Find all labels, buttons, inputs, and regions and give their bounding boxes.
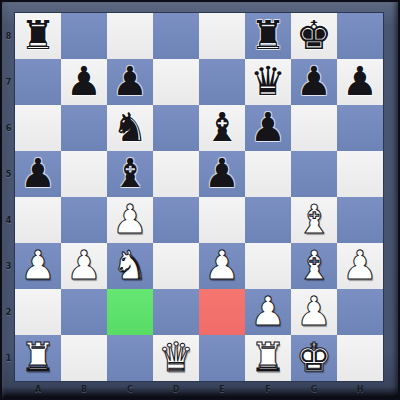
piece-white-bishop-g4: ♝ — [291, 197, 337, 243]
file-label-a: A — [15, 382, 61, 397]
piece-black-bishop-c5: ♝ — [107, 151, 153, 197]
square-f3[interactable] — [245, 243, 291, 289]
square-b6[interactable] — [61, 105, 107, 151]
rank-label-2: 2 — [2, 289, 15, 335]
square-h1[interactable] — [337, 335, 383, 381]
square-a8[interactable]: ♜ — [15, 13, 61, 59]
rank-label-1: 1 — [2, 335, 15, 381]
piece-black-knight-c6: ♞ — [107, 105, 153, 151]
piece-white-knight-c3: ♞ — [107, 243, 153, 289]
square-e4[interactable] — [199, 197, 245, 243]
square-e7[interactable] — [199, 59, 245, 105]
file-label-b: B — [61, 382, 107, 397]
square-a4[interactable] — [15, 197, 61, 243]
square-e8[interactable] — [199, 13, 245, 59]
square-g1[interactable]: ♚ — [291, 335, 337, 381]
square-a5[interactable]: ♟ — [15, 151, 61, 197]
square-h8[interactable] — [337, 13, 383, 59]
square-f7[interactable]: ♛ — [245, 59, 291, 105]
square-g6[interactable] — [291, 105, 337, 151]
piece-white-pawn-a3: ♟ — [15, 243, 61, 289]
square-h4[interactable] — [337, 197, 383, 243]
square-e2[interactable] — [199, 289, 245, 335]
piece-black-pawn-f6: ♟ — [245, 105, 291, 151]
square-c1[interactable] — [107, 335, 153, 381]
square-f4[interactable] — [245, 197, 291, 243]
piece-black-pawn-b7: ♟ — [61, 59, 107, 105]
piece-white-rook-a1: ♜ — [15, 335, 61, 381]
piece-white-queen-d1: ♛ — [153, 335, 199, 381]
square-d4[interactable] — [153, 197, 199, 243]
board: ♜♜♚♟♟♛♟♟♞♝♟♟♝♟♟♝♟♟♞♟♝♟♟♟♜♛♜♚ — [15, 13, 383, 381]
square-b5[interactable] — [61, 151, 107, 197]
square-g2[interactable]: ♟ — [291, 289, 337, 335]
square-e6[interactable]: ♝ — [199, 105, 245, 151]
rank-label-6: 6 — [2, 105, 15, 151]
square-d6[interactable] — [153, 105, 199, 151]
square-a3[interactable]: ♟ — [15, 243, 61, 289]
file-label-g: G — [291, 382, 337, 397]
square-h6[interactable] — [337, 105, 383, 151]
square-a7[interactable] — [15, 59, 61, 105]
square-g3[interactable]: ♝ — [291, 243, 337, 289]
piece-black-pawn-c7: ♟ — [107, 59, 153, 105]
square-h2[interactable] — [337, 289, 383, 335]
piece-white-pawn-g2: ♟ — [291, 289, 337, 335]
piece-black-pawn-e5: ♟ — [199, 151, 245, 197]
chessboard-frame: 87654321 ABCDEFGH ♜♜♚♟♟♛♟♟♞♝♟♟♝♟♟♝♟♟♞♟♝♟… — [0, 0, 400, 400]
square-b8[interactable] — [61, 13, 107, 59]
square-a1[interactable]: ♜ — [15, 335, 61, 381]
piece-black-pawn-a5: ♟ — [15, 151, 61, 197]
square-g4[interactable]: ♝ — [291, 197, 337, 243]
square-b7[interactable]: ♟ — [61, 59, 107, 105]
square-f6[interactable]: ♟ — [245, 105, 291, 151]
square-h7[interactable]: ♟ — [337, 59, 383, 105]
piece-white-pawn-h3: ♟ — [337, 243, 383, 289]
file-label-e: E — [199, 382, 245, 397]
piece-black-pawn-g7: ♟ — [291, 59, 337, 105]
rank-label-7: 7 — [2, 59, 15, 105]
square-e3[interactable]: ♟ — [199, 243, 245, 289]
file-label-d: D — [153, 382, 199, 397]
square-e1[interactable] — [199, 335, 245, 381]
square-h5[interactable] — [337, 151, 383, 197]
square-c7[interactable]: ♟ — [107, 59, 153, 105]
square-d3[interactable] — [153, 243, 199, 289]
piece-white-pawn-c4: ♟ — [107, 197, 153, 243]
file-label-c: C — [107, 382, 153, 397]
square-d1[interactable]: ♛ — [153, 335, 199, 381]
square-b4[interactable] — [61, 197, 107, 243]
square-c6[interactable]: ♞ — [107, 105, 153, 151]
square-c2[interactable] — [107, 289, 153, 335]
piece-white-pawn-f2: ♟ — [245, 289, 291, 335]
rank-label-8: 8 — [2, 13, 15, 59]
rank-label-4: 4 — [2, 197, 15, 243]
square-h3[interactable]: ♟ — [337, 243, 383, 289]
square-g5[interactable] — [291, 151, 337, 197]
square-d8[interactable] — [153, 13, 199, 59]
rank-label-5: 5 — [2, 151, 15, 197]
square-d5[interactable] — [153, 151, 199, 197]
square-c5[interactable]: ♝ — [107, 151, 153, 197]
piece-black-pawn-h7: ♟ — [337, 59, 383, 105]
square-e5[interactable]: ♟ — [199, 151, 245, 197]
square-c8[interactable] — [107, 13, 153, 59]
file-label-h: H — [337, 382, 383, 397]
square-b1[interactable] — [61, 335, 107, 381]
square-c3[interactable]: ♞ — [107, 243, 153, 289]
square-f8[interactable]: ♜ — [245, 13, 291, 59]
piece-black-rook-f8: ♜ — [245, 13, 291, 59]
piece-black-bishop-e6: ♝ — [199, 105, 245, 151]
piece-white-rook-f1: ♜ — [245, 335, 291, 381]
piece-white-bishop-g3: ♝ — [291, 243, 337, 289]
square-b3[interactable]: ♟ — [61, 243, 107, 289]
square-a6[interactable] — [15, 105, 61, 151]
piece-black-queen-f7: ♛ — [245, 59, 291, 105]
square-b2[interactable] — [61, 289, 107, 335]
piece-white-pawn-b3: ♟ — [61, 243, 107, 289]
file-label-f: F — [245, 382, 291, 397]
square-g8[interactable]: ♚ — [291, 13, 337, 59]
rank-label-3: 3 — [2, 243, 15, 289]
square-f2[interactable]: ♟ — [245, 289, 291, 335]
square-a2[interactable] — [15, 289, 61, 335]
piece-white-pawn-e3: ♟ — [199, 243, 245, 289]
square-f5[interactable] — [245, 151, 291, 197]
piece-white-king-g1: ♚ — [291, 335, 337, 381]
square-d7[interactable] — [153, 59, 199, 105]
square-g7[interactable]: ♟ — [291, 59, 337, 105]
piece-black-rook-a8: ♜ — [15, 13, 61, 59]
square-f1[interactable]: ♜ — [245, 335, 291, 381]
square-d2[interactable] — [153, 289, 199, 335]
rank-labels: 87654321 — [2, 13, 15, 381]
piece-black-king-g8: ♚ — [291, 13, 337, 59]
file-labels: ABCDEFGH — [15, 382, 383, 397]
square-c4[interactable]: ♟ — [107, 197, 153, 243]
